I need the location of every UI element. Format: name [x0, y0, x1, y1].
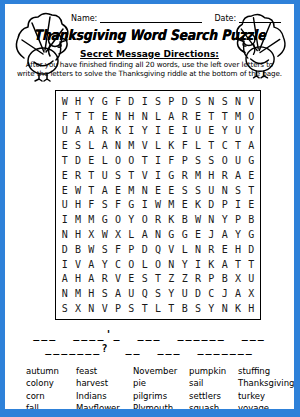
directions-line-2: write the letters to solve the Thanksgiv… [5, 70, 294, 79]
name-input-line[interactable] [100, 14, 202, 23]
name-date-row: Name: Date: [71, 14, 232, 23]
grid-cell[interactable]: N [218, 183, 231, 198]
grid-cell[interactable]: L [125, 227, 138, 242]
grid-cell[interactable]: A [245, 138, 258, 153]
grid-cell[interactable]: A [85, 272, 98, 287]
word-grid: WHYGFDISPDSNSNVFTTENHNLARETTMOUAARKIYIEI… [55, 90, 261, 320]
grid-cell[interactable]: B [218, 272, 231, 287]
riddle-blanks-line-1[interactable]: ___ ____'_ ___ ______ ___ [5, 329, 294, 340]
grid-cell[interactable]: E [191, 227, 204, 242]
grid-cell[interactable]: A [218, 257, 231, 272]
word-item[interactable]: colony [26, 377, 76, 389]
grid-cell[interactable]: S [178, 183, 191, 198]
grid-cell[interactable]: O [151, 257, 164, 272]
grid-cell[interactable]: R [218, 168, 231, 183]
riddle-blanks-line-2[interactable]: _______? __ ___ _______ [5, 343, 294, 354]
grid-cell[interactable]: H [205, 168, 218, 183]
grid-cell[interactable]: K [205, 257, 218, 272]
grid-cell[interactable]: D [138, 242, 151, 257]
grid-cell[interactable]: I [151, 168, 164, 183]
grid-cell[interactable]: Y [125, 212, 138, 227]
grid-cell[interactable]: Y [138, 124, 151, 139]
grid-cell[interactable]: U [58, 124, 71, 139]
grid-cell[interactable]: N [191, 242, 204, 257]
grid-cell[interactable]: A [71, 124, 84, 139]
grid-cell[interactable]: E [85, 153, 98, 168]
grid-cell[interactable]: Y [205, 301, 218, 316]
grid-cell[interactable]: T [138, 301, 151, 316]
grid-cell[interactable]: N [138, 109, 151, 124]
grid-cell[interactable]: P [125, 242, 138, 257]
grid-cell[interactable]: L [138, 257, 151, 272]
grid-cell[interactable]: T [245, 183, 258, 198]
grid-cell[interactable]: T [85, 168, 98, 183]
grid-cell[interactable]: O [138, 212, 151, 227]
grid-cell[interactable]: G [98, 212, 111, 227]
word-list-column: NovemberpiepilgrimsPlymouth [133, 365, 189, 415]
page-title: Thanksgiving Word Search Puzzle [28, 27, 271, 43]
grid-cell[interactable]: R [151, 212, 164, 227]
grid-cell[interactable]: K [231, 301, 244, 316]
grid-cell[interactable]: G [178, 227, 191, 242]
grid-cell[interactable]: V [111, 272, 124, 287]
grid-cell[interactable]: A [138, 227, 151, 242]
grid-cell[interactable]: A [58, 272, 71, 287]
grid-cell[interactable]: E [58, 183, 71, 198]
grid-cell[interactable]: G [165, 168, 178, 183]
grid-cell[interactable]: S [125, 301, 138, 316]
grid-cell[interactable]: D [58, 242, 71, 257]
grid-cell[interactable]: B [178, 301, 191, 316]
grid-cell[interactable]: H [85, 286, 98, 301]
grid-cell[interactable]: T [231, 138, 244, 153]
grid-cell[interactable]: V [71, 257, 84, 272]
word-item[interactable]: harvest [76, 377, 133, 389]
word-item[interactable]: voyage [238, 402, 294, 414]
grid-cell[interactable]: V [165, 242, 178, 257]
grid-cell[interactable]: Y [245, 124, 258, 139]
grid-cell[interactable]: W [85, 242, 98, 257]
grid-cell[interactable]: T [125, 168, 138, 183]
grid-cell[interactable]: N [58, 286, 71, 301]
grid-cell[interactable]: O [218, 153, 231, 168]
grid-cell[interactable]: X [231, 272, 244, 287]
grid-cell[interactable]: P [111, 301, 124, 316]
grid-cell[interactable]: E [178, 198, 191, 213]
grid-cell[interactable]: I [138, 94, 151, 109]
grid-cell[interactable]: L [151, 109, 164, 124]
grid-cell[interactable]: H [245, 301, 258, 316]
grid-cell[interactable]: D [245, 242, 258, 257]
grid-cell[interactable]: T [151, 272, 164, 287]
grid-cell[interactable]: A [165, 109, 178, 124]
grid-cell[interactable]: D [125, 94, 138, 109]
word-list-column: feastharvestIndiansMayflower [76, 365, 133, 415]
grid-cell[interactable]: R [178, 168, 191, 183]
grid-cell[interactable]: R [98, 124, 111, 139]
grid-cell[interactable]: U [205, 183, 218, 198]
grid-cell[interactable]: D [205, 198, 218, 213]
grid-cell[interactable]: L [85, 138, 98, 153]
grid-cell[interactable]: H [71, 272, 84, 287]
word-list-column: stuffingThanksgivingturkeyvoyage [238, 365, 294, 415]
grid-cell[interactable]: I [191, 257, 204, 272]
word-item[interactable]: turkey [238, 390, 294, 402]
grid-cell[interactable]: V [98, 301, 111, 316]
grid-cell[interactable]: G [98, 94, 111, 109]
grid-cell[interactable]: O [111, 212, 124, 227]
word-item[interactable]: pilgrims [133, 390, 189, 402]
grid-cell[interactable]: K [165, 212, 178, 227]
grid-cell[interactable]: H [231, 242, 244, 257]
grid-cell[interactable]: M [165, 198, 178, 213]
grid-cell[interactable]: T [58, 153, 71, 168]
grid-cell[interactable]: P [231, 212, 244, 227]
grid-cell[interactable]: L [178, 242, 191, 257]
grid-cell[interactable]: A [111, 286, 124, 301]
grid-cell[interactable]: N [218, 301, 231, 316]
grid-cell[interactable]: Y [231, 227, 244, 242]
grid-cell[interactable]: Q [151, 242, 164, 257]
grid-cell[interactable]: T [138, 153, 151, 168]
grid-cell[interactable]: T [218, 109, 231, 124]
word-item[interactable]: Plymouth [133, 402, 189, 414]
grid-cell[interactable]: A [218, 227, 231, 242]
grid-cell[interactable]: E [58, 138, 71, 153]
grid-cell[interactable]: D [191, 286, 204, 301]
grid-cell[interactable]: W [191, 212, 204, 227]
grid-cell[interactable]: I [178, 124, 191, 139]
word-item[interactable]: sail [189, 377, 238, 389]
grid-cell[interactable]: T [205, 138, 218, 153]
grid-cell[interactable]: A [85, 257, 98, 272]
grid-cell[interactable]: J [218, 286, 231, 301]
grid-cell[interactable]: N [111, 138, 124, 153]
grid-cell[interactable]: M [71, 212, 84, 227]
grid-cell[interactable]: X [85, 227, 98, 242]
grid-cell[interactable]: M [125, 138, 138, 153]
word-item[interactable]: November [133, 365, 189, 377]
grid-cell[interactable]: A [85, 124, 98, 139]
grid-cell[interactable]: N [205, 212, 218, 227]
grid-cell[interactable]: V [245, 94, 258, 109]
grid-cell[interactable]: V [138, 168, 151, 183]
grid-cell[interactable]: Y [165, 286, 178, 301]
grid-cell[interactable]: I [138, 198, 151, 213]
grid-cell[interactable]: U [231, 153, 244, 168]
word-item[interactable]: corn [26, 390, 76, 402]
grid-cell[interactable]: H [125, 109, 138, 124]
grid-cell[interactable]: I [151, 153, 164, 168]
grid-cell[interactable]: E [191, 109, 204, 124]
grid-cell[interactable]: X [111, 227, 124, 242]
word-item[interactable]: stuffing [238, 365, 294, 377]
grid-cell[interactable]: L [98, 153, 111, 168]
grid-cell[interactable]: S [98, 242, 111, 257]
grid-cell[interactable]: X [71, 301, 84, 316]
grid-cell[interactable]: D [71, 153, 84, 168]
word-item[interactable]: pie [133, 377, 189, 389]
directions-text: After you have finished finding all 20 w… [5, 61, 294, 78]
grid-cell[interactable]: K [165, 138, 178, 153]
grid-cell[interactable]: O [245, 109, 258, 124]
word-item[interactable]: Indians [76, 390, 133, 402]
grid-cell[interactable]: Y [178, 257, 191, 272]
date-label: Date: [214, 14, 236, 23]
grid-cell[interactable]: W [98, 227, 111, 242]
grid-cell[interactable]: S [191, 301, 204, 316]
grid-cell[interactable]: N [165, 257, 178, 272]
grid-cell[interactable]: F [58, 109, 71, 124]
grid-cell[interactable]: T [71, 109, 84, 124]
grid-cell[interactable]: I [125, 124, 138, 139]
grid-cell[interactable]: N [85, 301, 98, 316]
word-item[interactable]: fall [26, 402, 76, 414]
directions-heading: Secret Message Directions: [5, 49, 294, 59]
grid-cell[interactable]: E [165, 124, 178, 139]
grid-cell[interactable]: F [111, 242, 124, 257]
word-item[interactable]: Mayflower [76, 402, 133, 414]
grid-cell[interactable]: E [218, 242, 231, 257]
grid-cell[interactable]: E [125, 272, 138, 287]
grid-cell[interactable]: S [98, 198, 111, 213]
grid-cell[interactable]: O [111, 153, 124, 168]
grid-cell[interactable]: L [151, 138, 164, 153]
word-list: autumncolonycornfallfeastharvestIndiansM… [26, 365, 288, 415]
grid-cell[interactable]: T [85, 109, 98, 124]
grid-cell[interactable]: M [71, 286, 84, 301]
grid-cell[interactable]: U [125, 286, 138, 301]
grid-cell[interactable]: F [178, 138, 191, 153]
grid-cell[interactable]: W [71, 183, 84, 198]
grid-cell[interactable]: H [71, 198, 84, 213]
grid-cell[interactable]: A [231, 286, 244, 301]
grid-cell[interactable]: S [98, 286, 111, 301]
grid-cell[interactable]: N [205, 94, 218, 109]
grid-cell[interactable]: G [245, 227, 258, 242]
grid-cell[interactable]: Q [138, 286, 151, 301]
grid-cell[interactable]: S [151, 94, 164, 109]
grid-cell[interactable]: H [71, 94, 84, 109]
grid-cell[interactable]: M [125, 183, 138, 198]
grid-cell[interactable]: C [111, 257, 124, 272]
grid-cell[interactable]: E [58, 168, 71, 183]
grid-cell[interactable]: F [85, 198, 98, 213]
grid-cell[interactable]: I [58, 257, 71, 272]
grid-cell[interactable]: N [58, 227, 71, 242]
grid-cell[interactable]: O [125, 257, 138, 272]
grid-cell[interactable]: B [71, 242, 84, 257]
grid-cell[interactable]: E [111, 183, 124, 198]
grid-cell[interactable]: S [151, 286, 164, 301]
word-item[interactable]: settlers [189, 390, 238, 402]
grid-cell[interactable]: U [231, 124, 244, 139]
grid-cell[interactable]: N [138, 183, 151, 198]
grid-cell[interactable]: S [111, 168, 124, 183]
grid-cell[interactable]: L [151, 301, 164, 316]
name-label: Name: [71, 14, 97, 23]
date-input-line[interactable] [239, 14, 281, 23]
grid-cell[interactable]: A [98, 183, 111, 198]
grid-cell[interactable]: M [85, 212, 98, 227]
worksheet-page: Name: Date: Thanksgiving Word Search Puz… [0, 0, 300, 417]
grid-cell[interactable]: U [178, 286, 191, 301]
grid-cell[interactable]: S [231, 183, 244, 198]
grid-cell[interactable]: B [178, 212, 191, 227]
grid-cell[interactable]: N [151, 227, 164, 242]
grid-cell[interactable]: T [245, 257, 258, 272]
grid-cell[interactable]: R [98, 272, 111, 287]
grid-cell[interactable]: E [165, 183, 178, 198]
grid-cell[interactable]: S [58, 301, 71, 316]
grid-cell[interactable]: F [111, 198, 124, 213]
grid-cell[interactable]: W [151, 198, 164, 213]
grid-cell[interactable]: O [125, 153, 138, 168]
grid-cell[interactable]: R [178, 109, 191, 124]
word-item[interactable]: autumn [26, 365, 76, 377]
grid-cell[interactable]: H [71, 227, 84, 242]
grid-cell[interactable]: T [85, 183, 98, 198]
grid-cell[interactable]: A [231, 168, 244, 183]
grid-cell[interactable]: N [111, 109, 124, 124]
grid-cell[interactable]: Z [178, 272, 191, 287]
grid-cell[interactable]: Y [98, 257, 111, 272]
word-item[interactable]: Thanksgiving [238, 377, 294, 389]
word-item[interactable]: feast [76, 365, 133, 377]
grid-cell[interactable]: W [58, 94, 71, 109]
grid-cell[interactable]: J [205, 227, 218, 242]
grid-cell[interactable]: E [98, 109, 111, 124]
grid-cell[interactable]: U [98, 168, 111, 183]
grid-cell[interactable]: T [165, 301, 178, 316]
grid-cell[interactable]: F [165, 153, 178, 168]
grid-cell[interactable]: K [191, 198, 204, 213]
grid-cell[interactable]: Y [85, 94, 98, 109]
grid-cell[interactable]: E [151, 183, 164, 198]
grid-cell[interactable]: K [111, 124, 124, 139]
grid-cell[interactable]: X [245, 286, 258, 301]
grid-cell[interactable]: T [205, 109, 218, 124]
grid-cell[interactable]: N [231, 94, 244, 109]
grid-cell[interactable]: S [191, 94, 204, 109]
grid-cell[interactable]: M [191, 168, 204, 183]
grid-cell[interactable]: L [191, 138, 204, 153]
grid-cell[interactable]: I [58, 212, 71, 227]
grid-cell[interactable]: P [205, 272, 218, 287]
grid-cell[interactable]: U [58, 198, 71, 213]
grid-cell[interactable]: F [111, 94, 124, 109]
grid-cell[interactable]: S [205, 153, 218, 168]
grid-cell[interactable]: P [218, 198, 231, 213]
grid-cell[interactable]: V [138, 138, 151, 153]
grid-cell[interactable]: P [165, 94, 178, 109]
grid-cell[interactable]: S [71, 138, 84, 153]
grid-cell[interactable]: G [165, 227, 178, 242]
grid-cell[interactable]: Y [218, 124, 231, 139]
grid-cell[interactable]: S [191, 183, 204, 198]
grid-cell[interactable]: M [231, 109, 244, 124]
grid-cell[interactable]: I [151, 124, 164, 139]
grid-cell[interactable]: Z [165, 272, 178, 287]
grid-cell[interactable]: Y [218, 212, 231, 227]
grid-cell[interactable]: D [178, 94, 191, 109]
grid-cell[interactable]: S [191, 153, 204, 168]
grid-cell[interactable]: S [218, 94, 231, 109]
grid-cell[interactable]: C [205, 286, 218, 301]
word-list-column: pumpkinsailsettlerssquash [189, 365, 238, 415]
word-list-column: autumncolonycornfall [26, 365, 76, 415]
grid-cell[interactable]: E [205, 124, 218, 139]
grid-cell[interactable]: I [231, 198, 244, 213]
grid-cell[interactable]: U [191, 124, 204, 139]
grid-cell[interactable]: R [191, 272, 204, 287]
grid-cell[interactable]: B [245, 212, 258, 227]
grid-cell[interactable]: A [98, 138, 111, 153]
word-item[interactable]: pumpkin [189, 365, 238, 377]
grid-cell[interactable]: P [178, 153, 191, 168]
grid-cell[interactable]: R [71, 168, 84, 183]
grid-cell[interactable]: T [231, 257, 244, 272]
grid-cell[interactable]: G [245, 153, 258, 168]
grid-cell[interactable]: E [245, 168, 258, 183]
grid-cell[interactable]: S [138, 272, 151, 287]
word-item[interactable]: squash [189, 402, 238, 414]
grid-cell[interactable]: G [125, 198, 138, 213]
grid-cell[interactable]: R [205, 242, 218, 257]
grid-cell[interactable]: U [245, 272, 258, 287]
grid-cell[interactable]: E [245, 198, 258, 213]
grid-cell[interactable]: C [218, 138, 231, 153]
